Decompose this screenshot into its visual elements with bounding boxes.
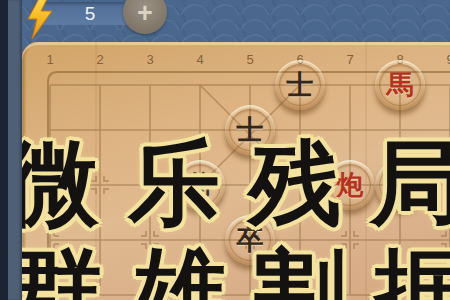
piece-character: 馬 — [375, 60, 425, 110]
game-screen: 123456789 — [0, 0, 450, 300]
left-edge-dark-strip — [0, 0, 8, 300]
piece-character: 士 — [275, 60, 325, 110]
lightning-icon — [22, 0, 56, 39]
piece-black-advisor[interactable]: 士 — [275, 60, 325, 110]
overlay-title-line1: 微乐残局 — [7, 138, 450, 230]
piece-red-horse[interactable]: 馬 — [375, 60, 425, 110]
energy-count: 5 — [60, 2, 120, 26]
left-edge-slate-strip — [8, 0, 22, 300]
overlay-title-line2: 群雄割据 — [12, 246, 450, 300]
